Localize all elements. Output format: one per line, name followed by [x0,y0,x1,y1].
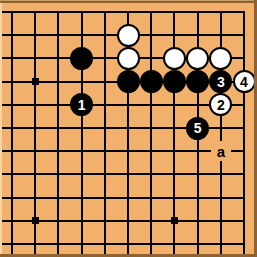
stone-white-move-4: 4 [233,70,256,93]
grid-line-vertical [243,11,245,255]
star-point [32,217,39,224]
grid-line-horizontal [2,11,245,13]
frame-top [0,0,257,3]
stone-white [186,47,209,70]
grid-line-horizontal [2,150,245,152]
stone-black [186,70,209,93]
grid-line-horizontal [2,197,245,199]
stone-white [117,47,140,70]
grid-line-horizontal [2,243,245,245]
point-label-a: a [211,141,231,161]
stone-black-move-5: 5 [186,117,209,140]
grid-line-vertical [104,11,106,255]
star-point [171,217,178,224]
stone-black-move-1: 1 [70,93,93,116]
stone-white [209,47,232,70]
star-point [32,78,39,85]
frame-left [0,0,2,257]
stone-black-move-3: 3 [209,70,232,93]
stone-black [117,70,140,93]
stone-white [163,47,186,70]
stone-white [117,24,140,47]
frame-right [254,0,257,257]
grid-line-horizontal [2,173,245,175]
stone-white-move-2: 2 [209,93,232,116]
stone-black [163,70,186,93]
grid-line-vertical [57,11,59,255]
grid-line-vertical [150,11,152,255]
grid-line-vertical [11,11,13,255]
go-board-diagram: a34215 [0,0,257,257]
stone-black [140,70,163,93]
stone-black [70,47,93,70]
